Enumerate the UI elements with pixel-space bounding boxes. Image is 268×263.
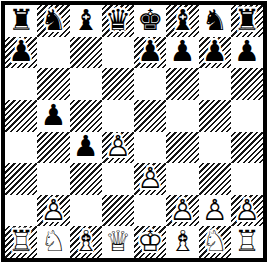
square-h2[interactable]: ♟♙ (231, 195, 263, 227)
black-rook-piece: ♜ (231, 5, 263, 37)
white-pawn-piece: ♟♙ (37, 195, 69, 227)
square-a7[interactable]: ♟ (5, 37, 37, 69)
black-pawn-piece: ♟ (70, 132, 102, 164)
square-e8[interactable]: ♚ (134, 5, 166, 37)
square-c3[interactable] (70, 163, 102, 195)
square-a4[interactable] (5, 132, 37, 164)
square-a8[interactable]: ♜ (5, 5, 37, 37)
chess-board-diagram: ♜♞♝♛♚♝♞♜♟♟♟♟♟♟♟♟♙♟♙♟♙♟♙♟♙♟♙♜♖♞♘♝♗♛♕♚♔♝♗♞… (0, 0, 268, 263)
square-e1[interactable]: ♚♔ (134, 226, 166, 258)
white-rook-piece: ♜♖ (231, 226, 263, 258)
square-a3[interactable] (5, 163, 37, 195)
black-pawn-piece: ♟ (37, 100, 69, 132)
square-b6[interactable] (37, 68, 69, 100)
square-c4[interactable]: ♟ (70, 132, 102, 164)
black-pawn-piece: ♟ (231, 37, 263, 69)
black-queen-piece: ♛ (102, 5, 134, 37)
square-f6[interactable] (166, 68, 198, 100)
square-c8[interactable]: ♝ (70, 5, 102, 37)
white-pawn-piece: ♟♙ (231, 195, 263, 227)
square-h4[interactable] (231, 132, 263, 164)
square-c6[interactable] (70, 68, 102, 100)
square-a2[interactable] (5, 195, 37, 227)
black-king-piece: ♚ (134, 5, 166, 37)
black-pawn-piece: ♟ (199, 37, 231, 69)
black-pawn-piece: ♟ (134, 37, 166, 69)
square-d6[interactable] (102, 68, 134, 100)
square-f1[interactable]: ♝♗ (166, 226, 198, 258)
square-b7[interactable] (37, 37, 69, 69)
black-rook-piece: ♜ (5, 5, 37, 37)
square-e7[interactable]: ♟ (134, 37, 166, 69)
square-c5[interactable] (70, 100, 102, 132)
square-h1[interactable]: ♜♖ (231, 226, 263, 258)
square-e4[interactable] (134, 132, 166, 164)
square-f3[interactable] (166, 163, 198, 195)
square-d5[interactable] (102, 100, 134, 132)
chess-board: ♜♞♝♛♚♝♞♜♟♟♟♟♟♟♟♟♙♟♙♟♙♟♙♟♙♟♙♜♖♞♘♝♗♛♕♚♔♝♗♞… (5, 5, 263, 258)
black-pawn-piece: ♟ (166, 37, 198, 69)
square-f4[interactable] (166, 132, 198, 164)
square-h3[interactable] (231, 163, 263, 195)
white-pawn-piece: ♟♙ (102, 132, 134, 164)
square-d4[interactable]: ♟♙ (102, 132, 134, 164)
black-knight-piece: ♞ (37, 5, 69, 37)
white-bishop-piece: ♝♗ (70, 226, 102, 258)
black-knight-piece: ♞ (199, 5, 231, 37)
square-h5[interactable] (231, 100, 263, 132)
square-d7[interactable] (102, 37, 134, 69)
square-f8[interactable]: ♝ (166, 5, 198, 37)
square-g3[interactable] (199, 163, 231, 195)
white-pawn-piece: ♟♙ (166, 195, 198, 227)
square-g4[interactable] (199, 132, 231, 164)
black-bishop-piece: ♝ (166, 5, 198, 37)
white-bishop-piece: ♝♗ (166, 226, 198, 258)
white-knight-piece: ♞♘ (37, 226, 69, 258)
square-e2[interactable] (134, 195, 166, 227)
white-rook-piece: ♜♖ (5, 226, 37, 258)
square-a1[interactable]: ♜♖ (5, 226, 37, 258)
square-g6[interactable] (199, 68, 231, 100)
square-g1[interactable]: ♞♘ (199, 226, 231, 258)
black-bishop-piece: ♝ (70, 5, 102, 37)
square-f2[interactable]: ♟♙ (166, 195, 198, 227)
square-c2[interactable] (70, 195, 102, 227)
square-d8[interactable]: ♛ (102, 5, 134, 37)
board-frame: ♜♞♝♛♚♝♞♜♟♟♟♟♟♟♟♟♙♟♙♟♙♟♙♟♙♟♙♜♖♞♘♝♗♛♕♚♔♝♗♞… (1, 1, 267, 262)
square-g8[interactable]: ♞ (199, 5, 231, 37)
square-c1[interactable]: ♝♗ (70, 226, 102, 258)
square-b2[interactable]: ♟♙ (37, 195, 69, 227)
square-g7[interactable]: ♟ (199, 37, 231, 69)
black-pawn-piece: ♟ (5, 37, 37, 69)
square-h8[interactable]: ♜ (231, 5, 263, 37)
square-b1[interactable]: ♞♘ (37, 226, 69, 258)
square-f7[interactable]: ♟ (166, 37, 198, 69)
square-f5[interactable] (166, 100, 198, 132)
square-a6[interactable] (5, 68, 37, 100)
square-g2[interactable]: ♟♙ (199, 195, 231, 227)
square-b8[interactable]: ♞ (37, 5, 69, 37)
square-d3[interactable] (102, 163, 134, 195)
white-pawn-piece: ♟♙ (134, 163, 166, 195)
square-e6[interactable] (134, 68, 166, 100)
square-g5[interactable] (199, 100, 231, 132)
white-knight-piece: ♞♘ (199, 226, 231, 258)
square-e5[interactable] (134, 100, 166, 132)
white-pawn-piece: ♟♙ (199, 195, 231, 227)
square-e3[interactable]: ♟♙ (134, 163, 166, 195)
square-c7[interactable] (70, 37, 102, 69)
square-h7[interactable]: ♟ (231, 37, 263, 69)
square-d1[interactable]: ♛♕ (102, 226, 134, 258)
square-b4[interactable] (37, 132, 69, 164)
white-king-piece: ♚♔ (134, 226, 166, 258)
white-queen-piece: ♛♕ (102, 226, 134, 258)
square-b5[interactable]: ♟ (37, 100, 69, 132)
square-a5[interactable] (5, 100, 37, 132)
square-b3[interactable] (37, 163, 69, 195)
square-d2[interactable] (102, 195, 134, 227)
square-h6[interactable] (231, 68, 263, 100)
